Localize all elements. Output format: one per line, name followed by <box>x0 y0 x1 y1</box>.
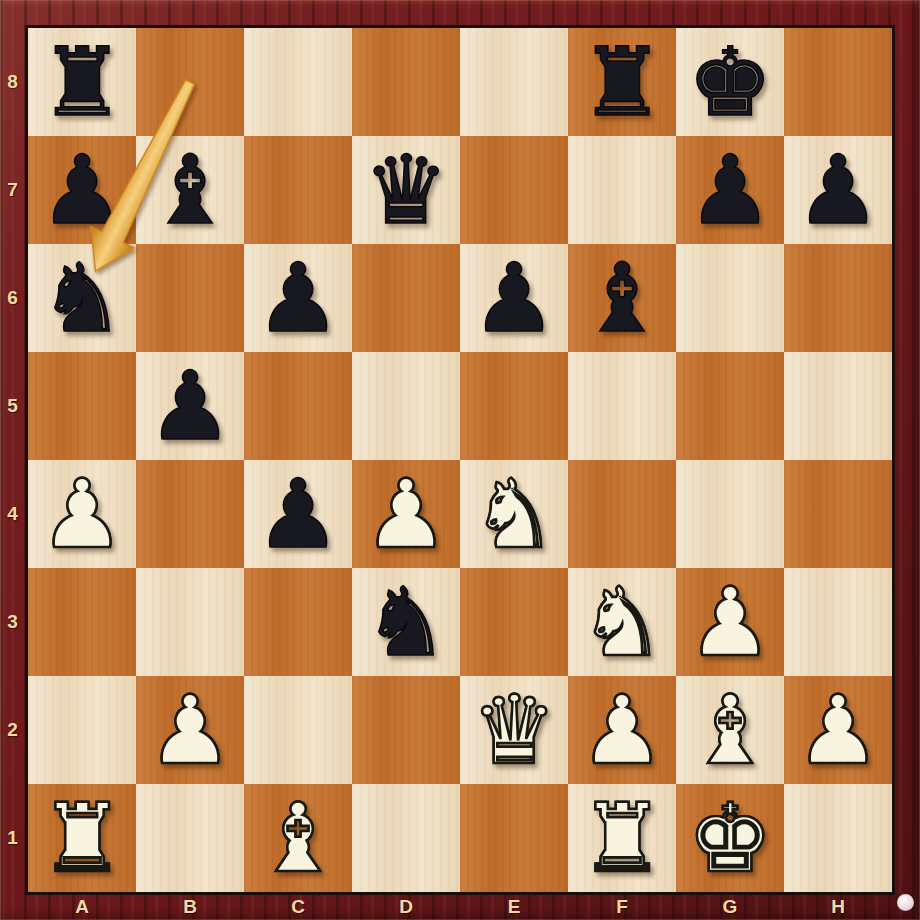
piece-black-king[interactable]: ♚ <box>687 35 772 130</box>
piece-black-pawn[interactable]: ♟ <box>471 251 556 346</box>
piece-black-pawn[interactable]: ♟ <box>255 467 340 562</box>
square-d3[interactable]: ♞ <box>352 568 460 676</box>
square-a8[interactable]: ♜ <box>28 28 136 136</box>
square-c8[interactable] <box>244 28 352 136</box>
square-c5[interactable] <box>244 352 352 460</box>
square-e7[interactable] <box>460 136 568 244</box>
square-f6[interactable]: ♝ <box>568 244 676 352</box>
square-g4[interactable] <box>676 460 784 568</box>
piece-black-pawn[interactable]: ♟ <box>687 143 772 238</box>
square-g3[interactable]: ♟ <box>676 568 784 676</box>
square-g1[interactable]: ♚ <box>676 784 784 892</box>
square-a6[interactable]: ♞ <box>28 244 136 352</box>
square-d8[interactable] <box>352 28 460 136</box>
piece-white-knight[interactable]: ♞ <box>579 575 664 670</box>
square-a7[interactable]: ♟ <box>28 136 136 244</box>
rank-label-6: 6 <box>0 244 25 352</box>
square-b6[interactable] <box>136 244 244 352</box>
piece-black-queen[interactable]: ♛ <box>363 143 448 238</box>
file-label-e: E <box>460 895 568 920</box>
piece-white-pawn[interactable]: ♟ <box>687 575 772 670</box>
square-b2[interactable]: ♟ <box>136 676 244 784</box>
rank-label-2: 2 <box>0 676 25 784</box>
square-b7[interactable]: ♝ <box>136 136 244 244</box>
square-h8[interactable] <box>784 28 892 136</box>
piece-white-king[interactable]: ♚ <box>687 791 772 886</box>
file-label-d: D <box>352 895 460 920</box>
piece-white-knight[interactable]: ♞ <box>471 467 556 562</box>
piece-white-pawn[interactable]: ♟ <box>579 683 664 778</box>
square-g6[interactable] <box>676 244 784 352</box>
rank-label-5: 5 <box>0 352 25 460</box>
piece-black-pawn[interactable]: ♟ <box>795 143 880 238</box>
piece-black-pawn[interactable]: ♟ <box>255 251 340 346</box>
square-g7[interactable]: ♟ <box>676 136 784 244</box>
piece-white-rook[interactable]: ♜ <box>579 791 664 886</box>
square-d5[interactable] <box>352 352 460 460</box>
square-f1[interactable]: ♜ <box>568 784 676 892</box>
square-g5[interactable] <box>676 352 784 460</box>
square-b4[interactable] <box>136 460 244 568</box>
square-f5[interactable] <box>568 352 676 460</box>
file-label-c: C <box>244 895 352 920</box>
file-label-h: H <box>784 895 892 920</box>
square-f7[interactable] <box>568 136 676 244</box>
square-a4[interactable]: ♟ <box>28 460 136 568</box>
rank-label-4: 4 <box>0 460 25 568</box>
square-a2[interactable] <box>28 676 136 784</box>
square-c6[interactable]: ♟ <box>244 244 352 352</box>
square-b1[interactable] <box>136 784 244 892</box>
square-e8[interactable] <box>460 28 568 136</box>
file-label-g: G <box>676 895 784 920</box>
square-e3[interactable] <box>460 568 568 676</box>
file-label-a: A <box>28 895 136 920</box>
square-d6[interactable] <box>352 244 460 352</box>
square-h1[interactable] <box>784 784 892 892</box>
square-d7[interactable]: ♛ <box>352 136 460 244</box>
square-c4[interactable]: ♟ <box>244 460 352 568</box>
square-f4[interactable] <box>568 460 676 568</box>
square-h3[interactable] <box>784 568 892 676</box>
white-to-move-indicator <box>897 894 914 911</box>
square-b5[interactable]: ♟ <box>136 352 244 460</box>
square-a1[interactable]: ♜ <box>28 784 136 892</box>
square-g8[interactable]: ♚ <box>676 28 784 136</box>
square-e5[interactable] <box>460 352 568 460</box>
rank-label-1: 1 <box>0 784 25 892</box>
square-d1[interactable] <box>352 784 460 892</box>
piece-black-knight[interactable]: ♞ <box>363 575 448 670</box>
square-h4[interactable] <box>784 460 892 568</box>
piece-white-bishop[interactable]: ♝ <box>255 791 340 886</box>
square-e1[interactable] <box>460 784 568 892</box>
square-h6[interactable] <box>784 244 892 352</box>
piece-black-rook[interactable]: ♜ <box>39 35 124 130</box>
piece-white-rook[interactable]: ♜ <box>39 791 124 886</box>
piece-white-pawn[interactable]: ♟ <box>363 467 448 562</box>
square-e4[interactable]: ♞ <box>460 460 568 568</box>
rank-label-7: 7 <box>0 136 25 244</box>
rank-label-8: 8 <box>0 28 25 136</box>
file-label-b: B <box>136 895 244 920</box>
piece-black-rook[interactable]: ♜ <box>579 35 664 130</box>
square-b3[interactable] <box>136 568 244 676</box>
square-h5[interactable] <box>784 352 892 460</box>
rank-label-3: 3 <box>0 568 25 676</box>
square-d4[interactable]: ♟ <box>352 460 460 568</box>
piece-black-pawn[interactable]: ♟ <box>147 359 232 454</box>
file-label-f: F <box>568 895 676 920</box>
square-h7[interactable]: ♟ <box>784 136 892 244</box>
square-e2[interactable]: ♛ <box>460 676 568 784</box>
square-b8[interactable] <box>136 28 244 136</box>
square-c1[interactable]: ♝ <box>244 784 352 892</box>
piece-white-bishop[interactable]: ♝ <box>687 683 772 778</box>
piece-black-pawn[interactable]: ♟ <box>39 143 124 238</box>
piece-white-pawn[interactable]: ♟ <box>795 683 880 778</box>
piece-white-pawn[interactable]: ♟ <box>147 683 232 778</box>
square-f3[interactable]: ♞ <box>568 568 676 676</box>
square-e6[interactable]: ♟ <box>460 244 568 352</box>
square-g2[interactable]: ♝ <box>676 676 784 784</box>
piece-black-bishop[interactable]: ♝ <box>147 143 232 238</box>
square-c2[interactable] <box>244 676 352 784</box>
square-a3[interactable] <box>28 568 136 676</box>
piece-white-queen[interactable]: ♛ <box>471 683 556 778</box>
board-frame: ♜♜♚♟♝♛♟♟♞♟♟♝♟♟♟♟♞♞♞♟♟♛♟♝♟♜♝♜♚ 87654321AB… <box>0 0 920 920</box>
square-c3[interactable] <box>244 568 352 676</box>
square-h2[interactable]: ♟ <box>784 676 892 784</box>
chess-board: ♜♜♚♟♝♛♟♟♞♟♟♝♟♟♟♟♞♞♞♟♟♛♟♝♟♜♝♜♚ <box>25 25 895 895</box>
square-c7[interactable] <box>244 136 352 244</box>
piece-black-knight[interactable]: ♞ <box>39 251 124 346</box>
square-a5[interactable] <box>28 352 136 460</box>
square-f2[interactable]: ♟ <box>568 676 676 784</box>
piece-black-bishop[interactable]: ♝ <box>579 251 664 346</box>
square-f8[interactable]: ♜ <box>568 28 676 136</box>
square-d2[interactable] <box>352 676 460 784</box>
piece-white-pawn[interactable]: ♟ <box>39 467 124 562</box>
